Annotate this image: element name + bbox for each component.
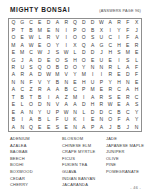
grid-cell: S	[106, 94, 115, 101]
grid-cell: E	[62, 124, 71, 131]
grid-cell: W	[62, 109, 71, 116]
word-list-column: BLOSSOMCHINESE ELMCRAPE MYRTLEFICUSFUKIE…	[62, 136, 106, 189]
grid-cell: R	[106, 86, 115, 93]
page-number: - 46 -	[130, 186, 141, 190]
grid-cell: R	[62, 19, 71, 26]
grid-cell: S	[62, 56, 71, 63]
grid-cell: A	[106, 19, 115, 26]
grid-cell: D	[79, 101, 88, 108]
grid-cell: Y	[71, 71, 80, 78]
grid-cell: A	[27, 116, 36, 123]
grid-cell: B	[35, 116, 44, 123]
grid-cell: A	[9, 124, 18, 131]
grid-cell: V	[53, 34, 62, 41]
grid-cell: V	[53, 101, 62, 108]
grid-cell: P	[97, 79, 106, 86]
grid-cell: F	[132, 64, 141, 71]
grid-cell: B	[27, 26, 36, 33]
grid-cell: B	[115, 109, 124, 116]
grid-cell: W	[27, 41, 36, 48]
grid-cell: A	[53, 19, 62, 26]
grid-cell: D	[123, 71, 132, 78]
word-list-item: CHERRY	[10, 182, 62, 189]
grid-cell: N	[71, 109, 80, 116]
grid-cell: J	[106, 124, 115, 131]
grid-cell: M	[53, 71, 62, 78]
grid-cell: N	[9, 79, 18, 86]
grid-cell: E	[44, 56, 53, 63]
grid-cell: Q	[9, 19, 18, 26]
grid-cell: O	[71, 34, 80, 41]
grid-cell: E	[115, 101, 124, 108]
grid-cell: D	[35, 101, 44, 108]
puzzle-title: MIGHTY BONSAI	[10, 6, 70, 13]
grid-cell: P	[79, 86, 88, 93]
grid-cell: A	[9, 86, 18, 93]
grid-cell: I	[97, 71, 106, 78]
grid-cell: Q	[79, 41, 88, 48]
grid-cell: T	[9, 94, 18, 101]
grid-cell: O	[9, 34, 18, 41]
answers-page-note: (ANSWERS PAGE 96)	[99, 9, 141, 13]
grid-cell: W	[44, 71, 53, 78]
grid-cell: C	[27, 49, 36, 56]
grid-cell: B	[9, 116, 18, 123]
grid-cell: C	[18, 86, 27, 93]
word-list: ADENIUMAZALEABAOBABBEECHBODHIBOXWOODCEDA…	[10, 136, 142, 189]
word-list-item: JAPANESE MAPLE	[106, 143, 142, 150]
grid-cell: Y	[106, 79, 115, 86]
grid-cell: Y	[115, 26, 124, 33]
word-list-column: ADENIUMAZALEABAOBABBEECHBODHIBOXWOODCEDA…	[10, 136, 62, 189]
grid-cell: R	[35, 86, 44, 93]
grid-cell: A	[79, 124, 88, 131]
grid-cell: N	[88, 64, 97, 71]
grid-cell: R	[115, 19, 124, 26]
word-list-item: CHINESE ELM	[62, 143, 106, 150]
grid-cell: E	[115, 94, 124, 101]
grid-cell: X	[71, 41, 80, 48]
grid-cell: Y	[132, 109, 141, 116]
grid-cell: S	[88, 34, 97, 41]
grid-cell: I	[88, 71, 97, 78]
grid-cell: Y	[79, 64, 88, 71]
grid-cell: Q	[27, 124, 36, 131]
word-list-item: AZALEA	[10, 143, 62, 150]
grid-cell: D	[62, 64, 71, 71]
grid-cell: I	[44, 94, 53, 101]
grid-cell: M	[79, 71, 88, 78]
grid-cell: H	[88, 101, 97, 108]
grid-cell: U	[18, 64, 27, 71]
word-list-item: OLIVE	[106, 156, 142, 163]
grid-cell: S	[115, 49, 124, 56]
grid-cell: W	[35, 49, 44, 56]
grid-cell: I	[79, 116, 88, 123]
grid-cell: I	[106, 26, 115, 33]
grid-cell: O	[44, 41, 53, 48]
grid-cell: M	[88, 86, 97, 93]
grid-cell: S	[53, 124, 62, 131]
grid-cell: O	[71, 64, 80, 71]
grid-cell: I	[62, 34, 71, 41]
grid-cell: D	[35, 56, 44, 63]
grid-cell: L	[44, 116, 53, 123]
grid-cell: S	[53, 49, 62, 56]
grid-cell: L	[35, 34, 44, 41]
grid-cell: A	[53, 94, 62, 101]
grid-cell: I	[62, 26, 71, 33]
word-list-item: CRAPE MYRTLE	[62, 149, 106, 156]
grid-cell: A	[27, 71, 36, 78]
word-list-item: ADENIUM	[10, 136, 62, 143]
grid-cell: A	[71, 101, 80, 108]
grid-cell: N	[62, 79, 71, 86]
grid-cell: E	[115, 71, 124, 78]
grid-cell: R	[44, 34, 53, 41]
grid-cell: H	[71, 56, 80, 63]
word-list-item: GUAVA	[62, 169, 106, 176]
grid-cell: U	[62, 116, 71, 123]
grid-cell: S	[123, 56, 132, 63]
grid-cell: N	[18, 79, 27, 86]
grid-cell: J	[18, 56, 27, 63]
grid-cell: O	[79, 26, 88, 33]
grid-cell: Y	[53, 41, 62, 48]
grid-cell: Y	[132, 116, 141, 123]
grid-cell: P	[88, 124, 97, 131]
grid-cell: D	[44, 19, 53, 26]
grid-cell: A	[27, 56, 36, 63]
grid-cell: E	[35, 124, 44, 131]
grid-cell: T	[18, 26, 27, 33]
word-list-item: FUKIEN TEA	[62, 162, 106, 169]
grid-cell: E	[71, 79, 80, 86]
grid-cell: H	[115, 79, 124, 86]
word-list-item: JACARANDA	[62, 182, 106, 189]
grid-cell: E	[35, 41, 44, 48]
word-list-item: INDIAN BANYAN	[62, 176, 106, 183]
grid-cell: Q	[71, 19, 80, 26]
word-search-grid: QGCEDARQDDWARFXPTBMENIPOBXIYFJOEWLRVIOOS…	[8, 18, 142, 132]
word-list-item: FICUS	[62, 156, 106, 163]
grid-cell: E	[132, 79, 141, 86]
grid-cell: A	[88, 41, 97, 48]
grid-cell: V	[35, 79, 44, 86]
grid-cell: O	[53, 56, 62, 63]
grid-cell: O	[27, 101, 36, 108]
grid-cell: V	[62, 71, 71, 78]
grid-cell: E	[88, 116, 97, 123]
grid-cell: A	[123, 64, 132, 71]
grid-cell: A	[53, 86, 62, 93]
grid-cell: X	[132, 19, 141, 26]
grid-cell: J	[97, 49, 106, 56]
grid-cell: M	[9, 41, 18, 48]
grid-cell: F	[123, 34, 132, 41]
grid-cell: A	[123, 101, 132, 108]
grid-cell: R	[18, 71, 27, 78]
grid-cell: U	[97, 34, 106, 41]
grid-cell: G	[9, 56, 18, 63]
grid-cell: A	[44, 86, 53, 93]
grid-cell: E	[123, 41, 132, 48]
grid-cell: F	[132, 71, 141, 78]
grid-cell: J	[123, 124, 132, 131]
grid-cell: L	[71, 49, 80, 56]
grid-cell: D	[79, 19, 88, 26]
grid-cell: M	[18, 49, 27, 56]
grid-cell: F	[27, 79, 36, 86]
grid-cell: X	[97, 26, 106, 33]
grid-cell: L	[18, 101, 27, 108]
word-list-item: BLOSSOM	[62, 136, 106, 143]
grid-cell: E	[106, 56, 115, 63]
grid-cell: W	[62, 49, 71, 56]
grid-cell: R	[106, 71, 115, 78]
grid-cell: G	[97, 41, 106, 48]
grid-cell: M	[71, 94, 80, 101]
grid-cell: R	[97, 101, 106, 108]
grid-cell: C	[106, 34, 115, 41]
grid-cell: E	[9, 101, 18, 108]
grid-cell: L	[115, 64, 124, 71]
word-list-item: BEECH	[10, 156, 62, 163]
grid-cell: P	[71, 26, 80, 33]
grid-cell: E	[9, 49, 18, 56]
grid-cell: O	[79, 34, 88, 41]
grid-cell: A	[123, 86, 132, 93]
word-list-item: POMEGRANATE	[106, 169, 142, 176]
grid-cell: N	[71, 124, 80, 131]
grid-cell: Q	[35, 64, 44, 71]
grid-cell: I	[18, 116, 27, 123]
grid-cell: N	[123, 79, 132, 86]
grid-cell: O	[79, 56, 88, 63]
page-header: MIGHTY BONSAI (ANSWERS PAGE 96)	[10, 6, 141, 16]
grid-cell: I	[115, 56, 124, 63]
grid-cell: F	[115, 116, 124, 123]
grid-cell: D	[88, 109, 97, 116]
grid-cell: D	[88, 49, 97, 56]
grid-cell: U	[44, 109, 53, 116]
grid-cell: D	[35, 71, 44, 78]
grid-cell: U	[97, 56, 106, 63]
grid-cell: D	[88, 19, 97, 26]
grid-cell: C	[71, 86, 80, 93]
grid-cell: W	[106, 101, 115, 108]
grid-cell: E	[97, 86, 106, 93]
grid-cell: O	[106, 116, 115, 123]
grid-cell: I	[115, 34, 124, 41]
word-list-item: CEDAR	[10, 176, 62, 183]
grid-cell: L	[132, 56, 141, 63]
grid-cell: N	[97, 116, 106, 123]
grid-cell: E	[132, 49, 141, 56]
grid-cell: W	[97, 19, 106, 26]
grid-cell: E	[44, 124, 53, 131]
grid-cell: R	[97, 94, 106, 101]
grid-cell: H	[115, 41, 124, 48]
grid-cell: J	[132, 26, 141, 33]
grid-cell: C	[106, 41, 115, 48]
grid-cell: C	[115, 86, 124, 93]
grid-cell: C	[27, 19, 36, 26]
grid-cell: U	[88, 79, 97, 86]
grid-cell: L	[79, 109, 88, 116]
grid-cell: T	[27, 94, 36, 101]
grid-cell: B	[35, 94, 44, 101]
grid-cell: A	[97, 124, 106, 131]
grid-cell: O	[44, 64, 53, 71]
grid-cell: A	[18, 109, 27, 116]
grid-cell: B	[88, 26, 97, 33]
grid-cell: R	[132, 41, 141, 48]
grid-cell: N	[132, 124, 141, 131]
grid-cell: P	[9, 26, 18, 33]
grid-cell: M	[123, 49, 132, 56]
grid-cell: S	[132, 101, 141, 108]
word-list-item: PINE	[106, 162, 142, 169]
grid-cell: B	[53, 79, 62, 86]
grid-cell: P	[53, 109, 62, 116]
grid-cell: C	[106, 109, 115, 116]
grid-cell: M	[35, 26, 44, 33]
grid-cell: A	[18, 41, 27, 48]
grid-cell: J	[44, 49, 53, 56]
word-list-item: JUNIPER	[106, 149, 142, 156]
grid-cell: R	[9, 64, 18, 71]
puzzle-page: MIGHTY BONSAI (ANSWERS PAGE 96) QGCEDARQ…	[0, 0, 150, 194]
grid-cell: W	[27, 34, 36, 41]
grid-cell: A	[9, 71, 18, 78]
word-list-column: JADEJAPANESE MAPLEJUNIPEROLIVEPINEPOMEGR…	[106, 136, 142, 189]
grid-cell: Y	[35, 109, 44, 116]
grid-cell: N	[44, 101, 53, 108]
grid-cell: F	[53, 116, 62, 123]
grid-cell: K	[71, 116, 80, 123]
grid-cell: Z	[62, 94, 71, 101]
grid-cell: A	[62, 101, 71, 108]
grid-cell: Z	[27, 86, 36, 93]
grid-cell: Y	[44, 79, 53, 86]
grid-cell: F	[123, 19, 132, 26]
grid-cell: C	[132, 94, 141, 101]
word-list-item: BAOBAB	[10, 149, 62, 156]
grid-cell: E	[9, 109, 18, 116]
grid-cell: N	[18, 124, 27, 131]
grid-cell: H	[106, 49, 115, 56]
grid-cell: I	[79, 94, 88, 101]
grid-cell: B	[115, 124, 124, 131]
grid-cell: A	[88, 94, 97, 101]
grid-cell: F	[123, 26, 132, 33]
grid-cell: C	[123, 109, 132, 116]
grid-cell: B	[53, 64, 62, 71]
word-list-item: BOXWOOD	[10, 169, 62, 176]
grid-cell: B	[18, 94, 27, 101]
word-list-item: JADE	[106, 136, 142, 143]
grid-cell: R	[106, 64, 115, 71]
word-list-item: BODHI	[10, 162, 62, 169]
grid-cell: E	[35, 19, 44, 26]
grid-cell: D	[79, 49, 88, 56]
grid-cell: N	[27, 109, 36, 116]
grid-cell: N	[97, 64, 106, 71]
grid-cell: E	[88, 56, 97, 63]
grid-cell: H	[79, 79, 88, 86]
grid-cell: N	[53, 26, 62, 33]
grid-cell: R	[123, 94, 132, 101]
grid-cell: A	[123, 116, 132, 123]
grid-cell: I	[62, 41, 71, 48]
grid-cell: S	[27, 64, 36, 71]
grid-cell: E	[44, 26, 53, 33]
grid-cell: G	[18, 19, 27, 26]
grid-cell: B	[62, 86, 71, 93]
grid-cell: E	[18, 34, 27, 41]
grid-cell: A	[132, 34, 141, 41]
grid-cell: H	[132, 86, 141, 93]
grid-cell: D	[97, 109, 106, 116]
